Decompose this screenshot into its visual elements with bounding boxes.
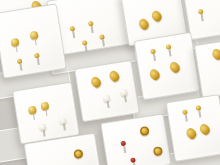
earring-case-bottom-right — [166, 94, 220, 162]
earring-gold-nugget — [108, 69, 121, 83]
earring-case-bottom-center — [100, 113, 171, 165]
earring-gold-stud — [198, 9, 204, 15]
earring-gold-ball — [40, 102, 49, 111]
earring-gold-ball — [10, 38, 19, 47]
earring-gold-stud — [99, 34, 105, 40]
earring-pearl — [120, 89, 128, 97]
earring-gold-nugget — [211, 47, 220, 61]
earring-gold-stud — [166, 44, 172, 50]
earring-pearl — [39, 123, 47, 131]
earring-gold-stud — [88, 21, 94, 27]
earring-pearl — [59, 117, 67, 125]
earring-gold-ball — [30, 31, 39, 40]
earring-gold-flower — [139, 126, 149, 136]
photo-canvas — [0, 0, 220, 165]
earring-gold-stud — [34, 53, 40, 59]
earring-gold-ball — [28, 106, 37, 115]
earring-gold-nugget — [150, 9, 163, 23]
earring-case-center — [74, 60, 140, 122]
earring-gold-stud — [17, 59, 23, 65]
earring-gold-stud — [182, 109, 188, 115]
earring-gold-nugget — [137, 17, 150, 31]
earring-gold-nugget — [168, 60, 181, 74]
earring-gold-nugget — [198, 122, 211, 136]
earring-pearl — [103, 95, 111, 103]
earring-gold-nugget — [89, 75, 102, 89]
earring-gold-nugget — [185, 126, 198, 140]
earring-gold-stud — [150, 49, 156, 55]
earring-gold-flower — [153, 146, 163, 156]
earring-red-stone — [130, 157, 136, 163]
earring-gold-flower — [73, 149, 83, 159]
earring-gold-stud — [69, 26, 75, 32]
earring-red-stone — [120, 141, 126, 147]
earring-gold-stud — [82, 40, 88, 46]
earring-case-mid-left — [0, 3, 67, 78]
earring-case-mid-right — [134, 32, 201, 100]
earring-case-bottom-left — [12, 82, 80, 145]
earring-gold-nugget — [148, 67, 161, 81]
earring-gold-stud — [196, 105, 202, 111]
